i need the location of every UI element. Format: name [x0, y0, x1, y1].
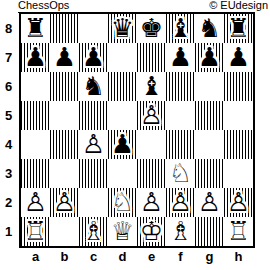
square-g1[interactable] — [195, 217, 224, 246]
piece-black-queen: ♛ — [108, 14, 137, 43]
piece-black-rook: ♜ — [21, 14, 50, 43]
piece-black-pawn: ♟ — [195, 43, 224, 72]
rank-label-3: 3 — [0, 159, 17, 188]
square-g6[interactable] — [195, 72, 224, 101]
square-c8[interactable] — [79, 14, 108, 43]
square-d4[interactable]: ♟ — [108, 130, 137, 159]
file-label-b: b — [50, 249, 79, 265]
rank-label-5: 5 — [0, 101, 17, 130]
square-f5[interactable] — [166, 101, 195, 130]
square-h8[interactable]: ♜ — [224, 14, 253, 43]
square-c4[interactable]: ♟♙ — [79, 130, 108, 159]
piece-white-pawn: ♟♙ — [21, 188, 50, 217]
square-h4[interactable] — [224, 130, 253, 159]
square-h6[interactable] — [224, 72, 253, 101]
square-g8[interactable]: ♞ — [195, 14, 224, 43]
square-f4[interactable] — [166, 130, 195, 159]
piece-white-knight: ♞♘ — [108, 188, 137, 217]
square-b8[interactable] — [50, 14, 79, 43]
square-b7[interactable]: ♟ — [50, 43, 79, 72]
square-e2[interactable]: ♟♙ — [137, 188, 166, 217]
square-e1[interactable]: ♚♔ — [137, 217, 166, 246]
rank-label-4: 4 — [0, 130, 17, 159]
square-h5[interactable] — [224, 101, 253, 130]
square-c2[interactable] — [79, 188, 108, 217]
piece-white-rook: ♜♖ — [224, 217, 253, 246]
piece-white-bishop: ♝♗ — [79, 217, 108, 246]
square-e5[interactable]: ♟♙ — [137, 101, 166, 130]
square-h2[interactable]: ♟♙ — [224, 188, 253, 217]
rank-label-2: 2 — [0, 188, 17, 217]
piece-black-pawn: ♟ — [166, 43, 195, 72]
square-b4[interactable] — [50, 130, 79, 159]
square-a5[interactable] — [21, 101, 50, 130]
square-a1[interactable]: ♜♖ — [21, 217, 50, 246]
square-c7[interactable]: ♟ — [79, 43, 108, 72]
square-b3[interactable] — [50, 159, 79, 188]
rank-label-1: 1 — [0, 217, 17, 246]
square-g2[interactable]: ♟♙ — [195, 188, 224, 217]
piece-black-bishop: ♝ — [137, 72, 166, 101]
piece-white-pawn: ♟♙ — [137, 101, 166, 130]
piece-black-king: ♚ — [137, 14, 166, 43]
square-g5[interactable] — [195, 101, 224, 130]
square-c6[interactable]: ♞ — [79, 72, 108, 101]
piece-white-pawn: ♟♙ — [50, 188, 79, 217]
file-labels: abcdefgh — [21, 249, 253, 265]
file-label-g: g — [195, 249, 224, 265]
file-label-h: h — [224, 249, 253, 265]
square-b6[interactable] — [50, 72, 79, 101]
rank-label-6: 6 — [0, 72, 17, 101]
piece-black-pawn: ♟ — [21, 43, 50, 72]
piece-white-king: ♚♔ — [137, 217, 166, 246]
rank-label-8: 8 — [0, 14, 17, 43]
square-d6[interactable] — [108, 72, 137, 101]
square-c5[interactable] — [79, 101, 108, 130]
piece-black-pawn: ♟ — [50, 43, 79, 72]
square-b2[interactable]: ♟♙ — [50, 188, 79, 217]
piece-black-rook: ♜ — [224, 14, 253, 43]
square-c3[interactable] — [79, 159, 108, 188]
square-f1[interactable]: ♝♗ — [166, 217, 195, 246]
piece-white-knight: ♞♘ — [166, 159, 195, 188]
square-d2[interactable]: ♞♘ — [108, 188, 137, 217]
square-h7[interactable]: ♟ — [224, 43, 253, 72]
square-f7[interactable]: ♟ — [166, 43, 195, 72]
piece-white-pawn: ♟♙ — [195, 188, 224, 217]
chess-board: ♜♛♚♝♞♜♟♟♟♟♟♟♞♝♟♙♟♙♟♞♘♟♙♟♙♞♘♟♙♟♙♟♙♟♙♜♖♝♗♛… — [19, 12, 255, 248]
square-b1[interactable] — [50, 217, 79, 246]
piece-white-queen: ♛♕ — [108, 217, 137, 246]
square-f2[interactable]: ♟♙ — [166, 188, 195, 217]
square-d8[interactable]: ♛ — [108, 14, 137, 43]
square-f8[interactable]: ♝ — [166, 14, 195, 43]
file-label-e: e — [137, 249, 166, 265]
square-g7[interactable]: ♟ — [195, 43, 224, 72]
piece-black-pawn: ♟ — [79, 43, 108, 72]
square-a7[interactable]: ♟ — [21, 43, 50, 72]
square-g4[interactable] — [195, 130, 224, 159]
file-label-d: d — [108, 249, 137, 265]
square-e4[interactable] — [137, 130, 166, 159]
square-a6[interactable] — [21, 72, 50, 101]
piece-white-pawn: ♟♙ — [137, 188, 166, 217]
square-a3[interactable] — [21, 159, 50, 188]
square-e8[interactable]: ♚ — [137, 14, 166, 43]
square-e6[interactable]: ♝ — [137, 72, 166, 101]
piece-white-pawn: ♟♙ — [224, 188, 253, 217]
piece-white-bishop: ♝♗ — [166, 217, 195, 246]
square-a4[interactable] — [21, 130, 50, 159]
square-c1[interactable]: ♝♗ — [79, 217, 108, 246]
piece-white-rook: ♜♖ — [21, 217, 50, 246]
file-label-f: f — [166, 249, 195, 265]
square-d5[interactable] — [108, 101, 137, 130]
square-d7[interactable] — [108, 43, 137, 72]
file-label-c: c — [79, 249, 108, 265]
square-a2[interactable]: ♟♙ — [21, 188, 50, 217]
square-g3[interactable] — [195, 159, 224, 188]
square-e7[interactable] — [137, 43, 166, 72]
piece-white-pawn: ♟♙ — [79, 130, 108, 159]
piece-black-knight: ♞ — [79, 72, 108, 101]
piece-black-pawn: ♟ — [224, 43, 253, 72]
square-e3[interactable] — [137, 159, 166, 188]
piece-black-knight: ♞ — [195, 14, 224, 43]
square-h3[interactable] — [224, 159, 253, 188]
square-f6[interactable] — [166, 72, 195, 101]
square-b5[interactable] — [50, 101, 79, 130]
piece-white-pawn: ♟♙ — [166, 188, 195, 217]
square-d3[interactable] — [108, 159, 137, 188]
piece-black-pawn: ♟ — [108, 130, 137, 159]
page: ChessOps © EUdesign 87654321 ♜♛♚♝♞♜♟♟♟♟♟… — [0, 0, 270, 270]
credit-text: © EUdesign — [209, 0, 268, 12]
square-d1[interactable]: ♛♕ — [108, 217, 137, 246]
square-a8[interactable]: ♜ — [21, 14, 50, 43]
file-label-a: a — [21, 249, 50, 265]
rank-label-7: 7 — [0, 43, 17, 72]
piece-black-bishop: ♝ — [166, 14, 195, 43]
rank-labels: 87654321 — [0, 14, 17, 246]
square-f3[interactable]: ♞♘ — [166, 159, 195, 188]
square-h1[interactable]: ♜♖ — [224, 217, 253, 246]
